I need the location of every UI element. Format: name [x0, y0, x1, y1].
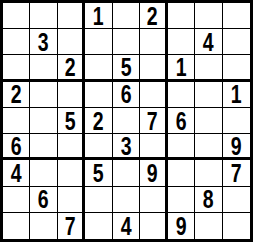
cell-r4c9[interactable]: 1	[223, 82, 250, 108]
given-digit: 5	[65, 108, 76, 134]
cell-r5c7[interactable]: 6	[168, 108, 195, 134]
given-digit: 5	[93, 160, 104, 186]
cell-r2c8[interactable]: 4	[195, 29, 222, 55]
cell-r1c3[interactable]	[58, 3, 85, 29]
cell-r1c8[interactable]	[195, 3, 222, 29]
given-digit: 9	[175, 213, 186, 239]
cell-r7c8[interactable]	[195, 160, 222, 186]
cell-r4c1[interactable]: 2	[3, 82, 30, 108]
cell-r1c9[interactable]	[223, 3, 250, 29]
cell-r4c8[interactable]	[195, 82, 222, 108]
cell-r8c2[interactable]: 6	[30, 187, 57, 213]
cell-r9c8[interactable]	[195, 213, 222, 239]
cell-r1c7[interactable]	[168, 3, 195, 29]
given-digit: 3	[38, 29, 49, 55]
cell-r5c8[interactable]	[195, 108, 222, 134]
cell-r7c9[interactable]: 7	[223, 160, 250, 186]
cell-r8c7[interactable]	[168, 187, 195, 213]
cell-r3c7[interactable]: 1	[168, 55, 195, 81]
cell-r6c3[interactable]	[58, 134, 85, 160]
cell-r4c6[interactable]	[140, 82, 167, 108]
cell-r1c5[interactable]	[113, 3, 140, 29]
cell-r1c1[interactable]	[3, 3, 30, 29]
cell-r6c8[interactable]	[195, 134, 222, 160]
cell-r6c6[interactable]	[140, 134, 167, 160]
cell-r7c2[interactable]	[30, 160, 57, 186]
cell-r9c3[interactable]: 7	[58, 213, 85, 239]
cell-r6c1[interactable]: 6	[3, 134, 30, 160]
cell-r6c7[interactable]	[168, 134, 195, 160]
given-digit: 7	[231, 160, 242, 186]
cell-r5c9[interactable]	[223, 108, 250, 134]
cell-r2c5[interactable]	[113, 29, 140, 55]
cell-r9c6[interactable]	[140, 213, 167, 239]
given-digit: 4	[121, 213, 132, 239]
given-digit: 7	[147, 108, 158, 134]
cell-r2c7[interactable]	[168, 29, 195, 55]
cell-r4c3[interactable]	[58, 82, 85, 108]
cell-r7c3[interactable]	[58, 160, 85, 186]
cell-r8c9[interactable]	[223, 187, 250, 213]
cell-r9c7[interactable]: 9	[168, 213, 195, 239]
given-digit: 3	[121, 134, 132, 159]
sudoku-board: 12342512615276639459768749	[0, 0, 253, 242]
cell-r9c2[interactable]	[30, 213, 57, 239]
cell-r7c1[interactable]: 4	[3, 160, 30, 186]
given-digit: 9	[231, 134, 242, 159]
given-digit: 4	[203, 29, 214, 55]
cell-r2c3[interactable]	[58, 29, 85, 55]
given-digit: 1	[93, 3, 104, 29]
cell-r5c2[interactable]	[30, 108, 57, 134]
cell-r4c7[interactable]	[168, 82, 195, 108]
given-digit: 2	[93, 108, 104, 134]
cell-r5c5[interactable]	[113, 108, 140, 134]
cell-r8c4[interactable]	[85, 187, 112, 213]
cell-r2c9[interactable]	[223, 29, 250, 55]
cell-r3c3[interactable]: 2	[58, 55, 85, 81]
cell-r4c5[interactable]: 6	[113, 82, 140, 108]
given-digit: 6	[121, 82, 132, 108]
given-digit: 4	[11, 160, 22, 186]
cell-r3c1[interactable]	[3, 55, 30, 81]
given-digit: 6	[175, 108, 186, 134]
cell-r3c5[interactable]: 5	[113, 55, 140, 81]
cell-r8c6[interactable]	[140, 187, 167, 213]
cell-r5c4[interactable]: 2	[85, 108, 112, 134]
cell-r1c4[interactable]: 1	[85, 3, 112, 29]
cell-r9c4[interactable]	[85, 213, 112, 239]
cell-r3c9[interactable]	[223, 55, 250, 81]
given-digit: 5	[121, 55, 132, 80]
cell-r7c4[interactable]: 5	[85, 160, 112, 186]
given-digit: 6	[38, 187, 49, 213]
cell-r7c6[interactable]: 9	[140, 160, 167, 186]
cell-r3c8[interactable]	[195, 55, 222, 81]
cell-r5c3[interactable]: 5	[58, 108, 85, 134]
given-digit: 2	[147, 3, 158, 29]
cell-r5c1[interactable]	[3, 108, 30, 134]
cell-r2c1[interactable]	[3, 29, 30, 55]
cell-r4c4[interactable]	[85, 82, 112, 108]
given-digit: 1	[175, 55, 186, 80]
cell-r9c9[interactable]	[223, 213, 250, 239]
cell-r1c2[interactable]	[30, 3, 57, 29]
given-digit: 7	[65, 213, 76, 239]
cell-r4c2[interactable]	[30, 82, 57, 108]
cell-r9c1[interactable]	[3, 213, 30, 239]
cell-r3c4[interactable]	[85, 55, 112, 81]
cell-r8c3[interactable]	[58, 187, 85, 213]
cell-r8c5[interactable]	[113, 187, 140, 213]
cell-r7c5[interactable]	[113, 160, 140, 186]
given-digit: 2	[65, 55, 76, 80]
given-digit: 8	[203, 187, 214, 213]
cell-r1c6[interactable]: 2	[140, 3, 167, 29]
cell-r7c7[interactable]	[168, 160, 195, 186]
given-digit: 9	[147, 160, 158, 186]
cell-r2c6[interactable]	[140, 29, 167, 55]
cell-r9c5[interactable]: 4	[113, 213, 140, 239]
cell-r6c9[interactable]: 9	[223, 134, 250, 160]
cell-r2c4[interactable]	[85, 29, 112, 55]
cell-r8c8[interactable]: 8	[195, 187, 222, 213]
cell-r6c4[interactable]	[85, 134, 112, 160]
cell-r6c2[interactable]	[30, 134, 57, 160]
cell-r6c5[interactable]: 3	[113, 134, 140, 160]
given-digit: 1	[231, 82, 242, 108]
given-digit: 2	[11, 82, 22, 108]
cell-r5c6[interactable]: 7	[140, 108, 167, 134]
cell-r2c2[interactable]: 3	[30, 29, 57, 55]
cell-r3c2[interactable]	[30, 55, 57, 81]
given-digit: 6	[11, 134, 22, 159]
cell-r8c1[interactable]	[3, 187, 30, 213]
cell-r3c6[interactable]	[140, 55, 167, 81]
